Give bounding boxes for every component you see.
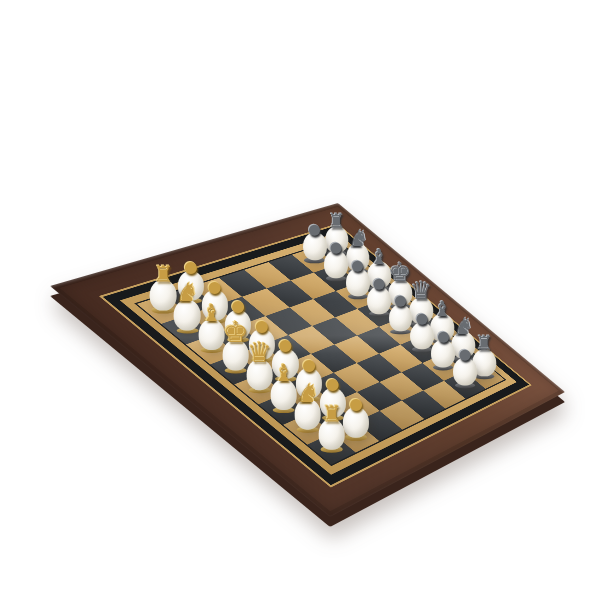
- board-shadow: [0, 0, 600, 600]
- chess-board: [50, 203, 565, 517]
- chess-set-product-photo: ♜♞♝♛♚♝♞♜●●●●●●●●●●●●●●●●♜♞♝♛♚♝♞♜: [0, 0, 600, 600]
